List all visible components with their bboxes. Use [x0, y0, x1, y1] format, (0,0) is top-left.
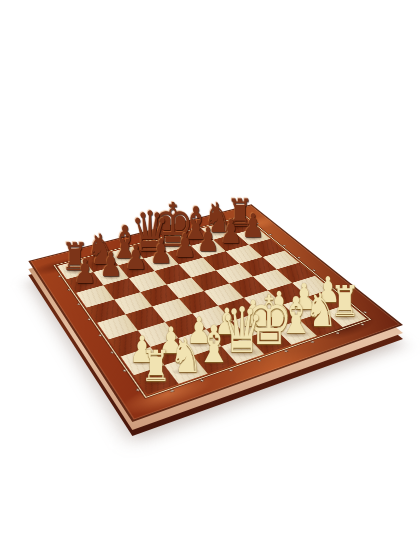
- black-pawn-c7[interactable]: ♟: [124, 242, 147, 275]
- black-pawn-f7[interactable]: ♟: [196, 222, 219, 255]
- black-pawn-a7[interactable]: ♟: [73, 256, 96, 289]
- black-pawn-g7[interactable]: ♟: [219, 216, 242, 249]
- scene: ♜♞♝♛♚♝♞♜♟♟♟♟♟♟♟♟♟♟♟♟♟♟♟♟♜♞♝♛♚♝♞♜: [0, 0, 420, 560]
- pieces-layer: ♜♞♝♛♚♝♞♜♟♟♟♟♟♟♟♟♟♟♟♟♟♟♟♟♜♞♝♛♚♝♞♜: [0, 0, 420, 560]
- black-pawn-h7[interactable]: ♟: [241, 210, 264, 243]
- white-rook-a1[interactable]: ♜: [141, 345, 171, 388]
- black-pawn-e7[interactable]: ♟: [173, 229, 196, 262]
- black-pawn-d7[interactable]: ♟: [149, 235, 172, 268]
- white-knight-b1[interactable]: ♞: [169, 332, 202, 379]
- black-pawn-b7[interactable]: ♟: [99, 249, 122, 282]
